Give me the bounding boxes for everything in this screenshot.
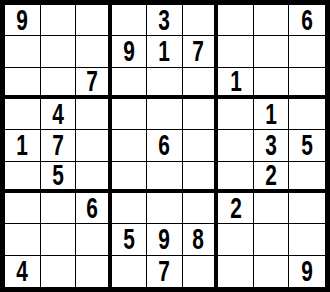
given-digit: 7 (52, 131, 64, 160)
given-digit: 1 (265, 100, 277, 129)
given-digit: 3 (265, 131, 277, 160)
cell-r1c2[interactable] (41, 5, 77, 36)
cell-r5c5[interactable]: 6 (147, 130, 183, 161)
given-digit: 2 (230, 194, 242, 223)
cell-r8c6[interactable]: 8 (183, 224, 219, 255)
cell-r9c6[interactable] (183, 256, 219, 287)
given-digit: 1 (159, 37, 171, 66)
cell-r6c8[interactable]: 2 (254, 162, 290, 193)
cell-r9c7[interactable] (218, 256, 254, 287)
cell-r1c1[interactable]: 9 (5, 5, 41, 36)
cell-r6c2[interactable]: 5 (41, 162, 77, 193)
cell-r9c2[interactable] (41, 256, 77, 287)
cell-r9c1[interactable]: 4 (5, 256, 41, 287)
cell-r7c2[interactable] (41, 193, 77, 224)
cell-r4c6[interactable] (183, 99, 219, 130)
cell-r9c8[interactable] (254, 256, 290, 287)
cell-r5c1[interactable]: 1 (5, 130, 41, 161)
cell-r2c1[interactable] (5, 36, 41, 67)
given-digit: 1 (230, 68, 242, 96)
given-digit: 9 (123, 37, 135, 66)
cell-r6c9[interactable] (289, 162, 325, 193)
given-digit: 5 (123, 225, 135, 254)
cell-r5c9[interactable]: 5 (289, 130, 325, 161)
cell-r8c4[interactable]: 5 (112, 224, 148, 255)
cell-r7c7[interactable]: 2 (218, 193, 254, 224)
given-digit: 7 (159, 257, 171, 286)
cell-r2c8[interactable] (254, 36, 290, 67)
cell-r9c4[interactable] (112, 256, 148, 287)
cell-r5c8[interactable]: 3 (254, 130, 290, 161)
cell-r9c5[interactable]: 7 (147, 256, 183, 287)
given-digit: 8 (193, 225, 205, 254)
cell-r1c4[interactable] (112, 5, 148, 36)
cell-r5c3[interactable] (76, 130, 112, 161)
cell-r4c2[interactable]: 4 (41, 99, 77, 130)
given-digit: 3 (159, 6, 171, 35)
cell-r7c8[interactable] (254, 193, 290, 224)
given-digit: 9 (16, 6, 28, 35)
cell-r6c1[interactable] (5, 162, 41, 193)
cell-r5c4[interactable] (112, 130, 148, 161)
cell-r1c8[interactable] (254, 5, 290, 36)
cell-r7c9[interactable] (289, 193, 325, 224)
cell-r2c2[interactable] (41, 36, 77, 67)
given-digit: 9 (301, 257, 313, 286)
cell-r4c5[interactable] (147, 99, 183, 130)
cell-r3c5[interactable] (147, 68, 183, 99)
cell-r7c1[interactable] (5, 193, 41, 224)
cell-r2c3[interactable] (76, 36, 112, 67)
cell-r7c5[interactable] (147, 193, 183, 224)
cell-r4c7[interactable] (218, 99, 254, 130)
cell-r3c9[interactable] (289, 68, 325, 99)
cell-r7c6[interactable] (183, 193, 219, 224)
cell-r4c3[interactable] (76, 99, 112, 130)
given-digit: 4 (52, 100, 64, 129)
cell-r3c7[interactable]: 1 (218, 68, 254, 99)
cell-r2c5[interactable]: 1 (147, 36, 183, 67)
cell-r3c4[interactable] (112, 68, 148, 99)
cell-r1c3[interactable] (76, 5, 112, 36)
cell-r4c9[interactable] (289, 99, 325, 130)
given-digit: 7 (86, 68, 98, 96)
cell-r7c3[interactable]: 6 (76, 193, 112, 224)
given-digit: 1 (16, 131, 28, 160)
cell-r5c7[interactable] (218, 130, 254, 161)
cell-r2c6[interactable]: 7 (183, 36, 219, 67)
cell-r6c7[interactable] (218, 162, 254, 193)
cell-r8c5[interactable]: 9 (147, 224, 183, 255)
given-digit: 4 (16, 257, 28, 286)
cell-r5c6[interactable] (183, 130, 219, 161)
cell-r1c7[interactable] (218, 5, 254, 36)
cell-r8c8[interactable] (254, 224, 290, 255)
cell-r4c4[interactable] (112, 99, 148, 130)
cell-r2c4[interactable]: 9 (112, 36, 148, 67)
cell-r3c6[interactable] (183, 68, 219, 99)
cell-r3c1[interactable] (5, 68, 41, 99)
given-digit: 9 (159, 225, 171, 254)
cell-r3c8[interactable] (254, 68, 290, 99)
cell-r1c6[interactable] (183, 5, 219, 36)
given-digit: 2 (265, 162, 277, 190)
cell-r6c5[interactable] (147, 162, 183, 193)
cell-r8c1[interactable] (5, 224, 41, 255)
cell-r3c3[interactable]: 7 (76, 68, 112, 99)
sudoku-board: 9369177141176355262598479 (0, 0, 330, 292)
cell-r6c6[interactable] (183, 162, 219, 193)
cell-r2c9[interactable] (289, 36, 325, 67)
cell-r7c4[interactable] (112, 193, 148, 224)
cell-r5c2[interactable]: 7 (41, 130, 77, 161)
cell-r9c9[interactable]: 9 (289, 256, 325, 287)
cell-r1c9[interactable]: 6 (289, 5, 325, 36)
given-digit: 6 (301, 6, 313, 35)
cell-r9c3[interactable] (76, 256, 112, 287)
given-digit: 6 (159, 131, 171, 160)
cell-r2c7[interactable] (218, 36, 254, 67)
cell-r3c2[interactable] (41, 68, 77, 99)
cell-r1c5[interactable]: 3 (147, 5, 183, 36)
cell-r8c3[interactable] (76, 224, 112, 255)
cell-r8c7[interactable] (218, 224, 254, 255)
given-digit: 5 (52, 162, 64, 190)
given-digit: 7 (193, 37, 205, 66)
given-digit: 6 (86, 194, 98, 223)
cell-r6c3[interactable] (76, 162, 112, 193)
cell-r6c4[interactable] (112, 162, 148, 193)
cell-r4c8[interactable]: 1 (254, 99, 290, 130)
cell-r8c9[interactable] (289, 224, 325, 255)
cell-r4c1[interactable] (5, 99, 41, 130)
given-digit: 5 (301, 131, 313, 160)
cell-r8c2[interactable] (41, 224, 77, 255)
